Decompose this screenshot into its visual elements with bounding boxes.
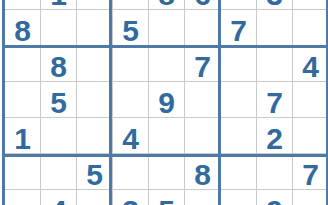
cell-r8c4[interactable]: 3 [113,190,149,205]
cell-r4c2[interactable]: 8 [41,46,77,82]
cell-r6c6[interactable] [185,118,221,154]
cell-r5c1[interactable] [5,82,41,118]
cell-r6c9[interactable] [293,118,328,154]
cell-r5c6[interactable] [185,82,221,118]
cell-r7c9[interactable]: 7 [293,154,328,190]
cell-r7c4[interactable] [113,154,149,190]
cell-r4c5[interactable] [149,46,185,82]
cell-r8c7[interactable] [221,190,257,205]
cell-r8c1[interactable] [5,190,41,205]
box-border-horizontal-1 [2,45,328,48]
cell-r4c4[interactable] [113,46,149,82]
cell-r5c9[interactable] [293,82,328,118]
cell-r3c1[interactable]: 8 [5,10,41,46]
cell-r2c6[interactable]: 6 [185,0,221,10]
cell-r4c6[interactable]: 7 [185,46,221,82]
cell-r3c3[interactable] [77,10,113,46]
cell-r5c7[interactable] [221,82,257,118]
cell-r6c2[interactable] [41,118,77,154]
sudoku-screenshot: 18638578745971425874359 [0,0,328,205]
cell-r4c3[interactable] [77,46,113,82]
box-border-left [2,0,5,205]
cell-r7c6[interactable]: 8 [185,154,221,190]
cell-r3c6[interactable] [185,10,221,46]
cell-r7c2[interactable] [41,154,77,190]
cell-r3c4[interactable]: 5 [113,10,149,46]
cell-r6c4[interactable]: 4 [113,118,149,154]
cell-r2c3[interactable] [77,0,113,10]
cell-r2c8[interactable]: 3 [257,0,293,10]
cell-r8c8[interactable]: 9 [257,190,293,205]
cell-r7c3[interactable]: 5 [77,154,113,190]
cell-r6c8[interactable]: 2 [257,118,293,154]
cell-r4c9[interactable]: 4 [293,46,328,82]
sudoku-cells-grid: 18638578745971425874359 [5,0,328,205]
box-border-horizontal-2 [2,154,328,157]
cell-r7c7[interactable] [221,154,257,190]
cell-r2c1[interactable] [5,0,41,10]
cell-r6c1[interactable]: 1 [5,118,41,154]
sudoku-board: 18638578745971425874359 [2,0,328,205]
cell-r2c5[interactable]: 8 [149,0,185,10]
cell-r8c2[interactable]: 4 [41,190,77,205]
cell-r6c3[interactable] [77,118,113,154]
cell-r4c7[interactable] [221,46,257,82]
cell-r8c5[interactable]: 5 [149,190,185,205]
cell-r2c7[interactable] [221,0,257,10]
cell-r6c5[interactable] [149,118,185,154]
cell-r5c2[interactable]: 5 [41,82,77,118]
cell-r3c9[interactable] [293,10,328,46]
cell-r2c2[interactable]: 1 [41,0,77,10]
cell-r4c1[interactable] [5,46,41,82]
cell-r8c6[interactable] [185,190,221,205]
box-border-vertical-2 [218,0,221,205]
cell-r6c7[interactable] [221,118,257,154]
cell-r2c9[interactable] [293,0,328,10]
cell-r3c5[interactable] [149,10,185,46]
box-border-vertical-1 [109,0,112,205]
cell-r3c8[interactable] [257,10,293,46]
cell-r5c5[interactable]: 9 [149,82,185,118]
cell-r7c1[interactable] [5,154,41,190]
cell-r3c7[interactable]: 7 [221,10,257,46]
cell-r7c5[interactable] [149,154,185,190]
cell-r8c3[interactable] [77,190,113,205]
cell-r5c3[interactable] [77,82,113,118]
cell-r3c2[interactable] [41,10,77,46]
cell-r7c8[interactable] [257,154,293,190]
cell-r8c9[interactable] [293,190,328,205]
cell-r4c8[interactable] [257,46,293,82]
cell-r2c4[interactable] [113,0,149,10]
cell-r5c8[interactable]: 7 [257,82,293,118]
cell-r5c4[interactable] [113,82,149,118]
